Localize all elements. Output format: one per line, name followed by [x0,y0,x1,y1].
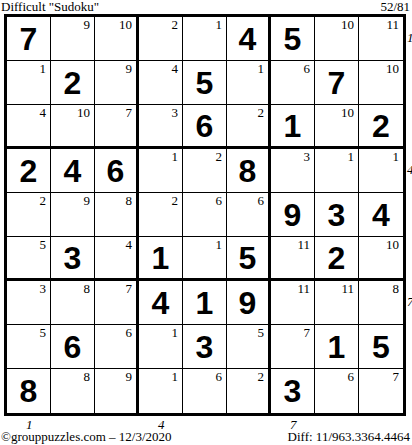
given-digit: 3 [315,193,358,236]
cell-r3c7[interactable]: 1 [271,105,315,149]
cell-r5c2[interactable]: 9 [51,193,95,237]
corner-mark: 8 [84,370,91,384]
cell-r1c9[interactable]: 11 [359,17,403,61]
cell-r7c9[interactable]: 8 [359,281,403,325]
given-digit: 3 [183,325,226,368]
cell-r5c3[interactable]: 8 [95,193,139,237]
given-digit: 1 [139,237,182,278]
corner-mark: 3 [40,282,47,296]
corner-mark: 1 [172,326,179,340]
cell-r1c8[interactable]: 10 [315,17,359,61]
corner-mark: 9 [84,194,91,208]
corner-mark: 1 [216,18,223,32]
cell-r1c6[interactable]: 4 [227,17,271,61]
cell-r8c3[interactable]: 6 [95,325,139,369]
cell-r1c1[interactable]: 7 [7,17,51,61]
cell-r3c2[interactable]: 10 [51,105,95,149]
corner-mark: 2 [216,150,223,164]
cell-r2c2[interactable]: 2 [51,61,95,105]
given-digit: 1 [183,281,226,324]
corner-mark: 1 [172,370,179,384]
corner-mark: 4 [126,238,133,252]
cell-r3c8[interactable]: 10 [315,105,359,149]
corner-mark: 8 [126,194,133,208]
corner-mark: 9 [84,18,91,32]
cell-r2c8[interactable]: 7 [315,61,359,105]
cell-r4c5[interactable]: 2 [183,149,227,193]
given-digit: 9 [271,193,314,236]
given-digit: 6 [183,105,226,146]
corner-mark: 11 [341,282,354,296]
cell-r9c4[interactable]: 1 [139,369,183,413]
cell-r4c3[interactable]: 6 [95,149,139,193]
cell-r3c5[interactable]: 6 [183,105,227,149]
cell-r5c9[interactable]: 4 [359,193,403,237]
corner-mark: 9 [126,62,133,76]
corner-mark: 6 [216,370,223,384]
corner-mark: 3 [304,150,311,164]
cell-r8c7[interactable]: 7 [271,325,315,369]
cell-r2c6[interactable]: 1 [227,61,271,105]
cell-r1c2[interactable]: 9 [51,17,95,61]
cell-r6c4[interactable]: 1 [139,237,183,281]
corner-mark: 1 [348,150,355,164]
corner-mark: 5 [40,326,47,340]
corner-mark: 8 [393,282,400,296]
given-digit: 2 [359,105,403,146]
given-digit: 6 [51,325,94,368]
given-digit: 1 [271,105,314,146]
cell-r5c7[interactable]: 9 [271,193,315,237]
corner-mark: 2 [258,370,265,384]
row-label-1: 1 [407,31,412,44]
corner-mark: 10 [119,18,132,32]
corner-mark: 7 [126,282,133,296]
given-digit: 8 [227,149,268,192]
cell-r4c4[interactable]: 1 [139,149,183,193]
cell-r9c8[interactable]: 6 [315,369,359,413]
corner-mark: 10 [341,18,354,32]
corner-mark: 11 [297,282,310,296]
sudoku-board: 7910214510111294516710410736211022461283… [4,14,406,416]
cell-r7c4[interactable]: 4 [139,281,183,325]
corner-mark: 7 [126,106,133,120]
corner-mark: 4 [172,62,179,76]
cell-r3c9[interactable]: 2 [359,105,403,149]
cell-r6c9[interactable]: 10 [359,237,403,281]
cell-r7c8[interactable]: 11 [315,281,359,325]
corner-mark: 5 [258,326,265,340]
cell-r7c7[interactable]: 11 [271,281,315,325]
cell-r1c7[interactable]: 5 [271,17,315,61]
cell-r3c4[interactable]: 3 [139,105,183,149]
given-digit: 4 [51,149,94,192]
cell-r4c9[interactable]: 1 [359,149,403,193]
cell-r9c6[interactable]: 2 [227,369,271,413]
cell-r9c2[interactable]: 8 [51,369,95,413]
given-digit: 2 [51,61,94,104]
cell-r9c5[interactable]: 6 [183,369,227,413]
corner-mark: 7 [393,370,400,384]
cell-r9c9[interactable]: 7 [359,369,403,413]
corner-mark: 6 [216,194,223,208]
cell-r9c3[interactable]: 9 [95,369,139,413]
copyright-text: ©grouppuzzles.com – 12/3/2020 [1,429,172,445]
corner-mark: 10 [386,62,399,76]
cell-r4c8[interactable]: 1 [315,149,359,193]
cell-r6c2[interactable]: 3 [51,237,95,281]
corner-mark: 6 [258,194,265,208]
cell-r6c1[interactable]: 5 [7,237,51,281]
given-digit: 4 [359,193,403,236]
cell-r9c1[interactable]: 8 [7,369,51,413]
given-digit: 3 [271,369,314,413]
cell-r5c5[interactable]: 6 [183,193,227,237]
cell-r2c4[interactable]: 4 [139,61,183,105]
difficulty-text: Diff: 11/963.3364.4464 [288,429,410,445]
cell-r1c5[interactable]: 1 [183,17,227,61]
cell-r2c7[interactable]: 6 [271,61,315,105]
row-label-7: 7 [407,295,412,308]
cell-r6c6[interactable]: 5 [227,237,271,281]
corner-mark: 11 [297,238,310,252]
given-digit: 4 [139,281,182,324]
corner-mark: 8 [84,282,91,296]
given-digit: 4 [227,17,268,60]
corner-mark: 2 [172,194,179,208]
cell-r7c5[interactable]: 1 [183,281,227,325]
given-digit: 2 [7,149,50,192]
cell-r7c3[interactable]: 7 [95,281,139,325]
cell-r1c4[interactable]: 2 [139,17,183,61]
corner-mark: 2 [40,194,47,208]
cell-r3c3[interactable]: 7 [95,105,139,149]
corner-mark: 1 [258,62,265,76]
cell-r7c2[interactable]: 8 [51,281,95,325]
cell-r8c9[interactable]: 5 [359,325,403,369]
given-digit: 5 [183,61,226,104]
given-digit: 6 [95,149,136,192]
cell-r6c8[interactable]: 2 [315,237,359,281]
cell-r2c5[interactable]: 5 [183,61,227,105]
corner-mark: 3 [172,106,179,120]
cell-r4c1[interactable]: 2 [7,149,51,193]
corner-mark: 10 [77,106,90,120]
given-digit: 9 [227,281,268,324]
corner-mark: 7 [304,326,311,340]
cell-r3c1[interactable]: 4 [7,105,51,149]
cell-r7c1[interactable]: 3 [7,281,51,325]
progress-counter: 52/81 [380,0,410,15]
cell-r4c7[interactable]: 3 [271,149,315,193]
corner-mark: 1 [172,150,179,164]
given-digit: 7 [7,17,50,60]
cell-r5c1[interactable]: 2 [7,193,51,237]
cell-r2c1[interactable]: 1 [7,61,51,105]
corner-mark: 10 [386,238,399,252]
corner-mark: 4 [40,106,47,120]
corner-mark: 2 [172,18,179,32]
corner-mark: 6 [348,370,355,384]
corner-mark: 6 [126,326,133,340]
cell-r6c3[interactable]: 4 [95,237,139,281]
corner-mark: 1 [216,238,223,252]
cell-r9c7[interactable]: 3 [271,369,315,413]
cell-r4c6[interactable]: 8 [227,149,271,193]
given-digit: 5 [271,17,314,60]
cell-r6c7[interactable]: 11 [271,237,315,281]
corner-mark: 10 [341,106,354,120]
cell-r5c4[interactable]: 2 [139,193,183,237]
corner-mark: 5 [40,238,47,252]
cell-r8c6[interactable]: 5 [227,325,271,369]
corner-mark: 1 [393,150,400,164]
puzzle-title: Difficult "Sudoku" [1,0,99,15]
given-digit: 7 [315,61,358,104]
cell-r8c1[interactable]: 5 [7,325,51,369]
sudoku-page: { "game": "sudoku", "position": "7....45… [0,0,412,445]
given-digit: 3 [51,237,94,278]
corner-mark: 1 [40,62,47,76]
cell-r1c3[interactable]: 10 [95,17,139,61]
given-digit: 2 [315,237,358,278]
cell-r8c5[interactable]: 3 [183,325,227,369]
corner-mark: 2 [258,106,265,120]
corner-mark: 11 [386,18,399,32]
row-label-4: 4 [407,163,412,176]
given-digit: 5 [359,325,403,368]
cell-r8c2[interactable]: 6 [51,325,95,369]
cell-r8c8[interactable]: 1 [315,325,359,369]
given-digit: 1 [315,325,358,368]
cell-r5c8[interactable]: 3 [315,193,359,237]
cell-r8c4[interactable]: 1 [139,325,183,369]
given-digit: 5 [227,237,268,278]
given-digit: 8 [7,369,50,413]
cell-r2c9[interactable]: 10 [359,61,403,105]
cell-r4c2[interactable]: 4 [51,149,95,193]
cell-r6c5[interactable]: 1 [183,237,227,281]
cell-r7c6[interactable]: 9 [227,281,271,325]
cell-r3c6[interactable]: 2 [227,105,271,149]
cell-r2c3[interactable]: 9 [95,61,139,105]
cell-r5c6[interactable]: 6 [227,193,271,237]
corner-mark: 6 [304,62,311,76]
corner-mark: 9 [126,370,133,384]
